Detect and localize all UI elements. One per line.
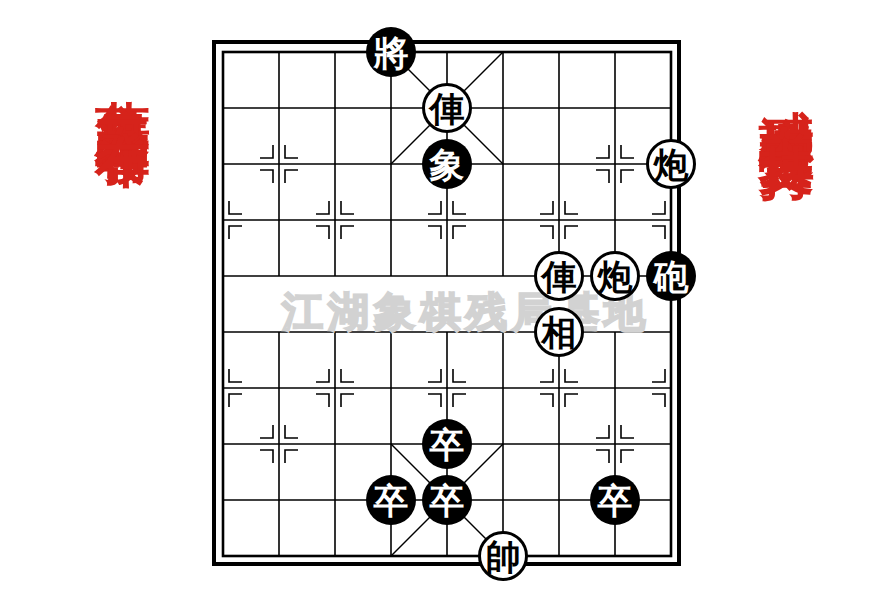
- red-chariot-2-piece[interactable]: 俥: [534, 251, 584, 301]
- left-banner-text: 萬集精品正在發布: [89, 56, 155, 96]
- piece-glyph: 砲: [654, 259, 689, 294]
- piece-glyph: 象: [430, 147, 465, 182]
- black-pawn-3-piece[interactable]: 卒: [422, 475, 472, 525]
- piece-glyph: 卒: [598, 483, 633, 518]
- piece-layer[interactable]: 將俥象炮俥炮砲相卒卒卒卒帥: [195, 24, 699, 584]
- piece-glyph: 卒: [430, 483, 465, 518]
- black-general-piece[interactable]: 將: [366, 27, 416, 77]
- piece-glyph: 卒: [430, 427, 465, 462]
- piece-glyph: 俥: [430, 91, 465, 126]
- red-chariot-1-piece[interactable]: 俥: [422, 83, 472, 133]
- piece-glyph: 卒: [374, 483, 409, 518]
- black-pawn-4-piece[interactable]: 卒: [590, 475, 640, 525]
- red-cannon-1-piece[interactable]: 炮: [646, 139, 696, 189]
- piece-glyph: 俥: [542, 259, 577, 294]
- red-general-piece[interactable]: 帥: [478, 531, 528, 581]
- piece-glyph: 帥: [486, 539, 521, 574]
- right-banner-text: 感謝棋友賞金支持: [753, 66, 819, 106]
- piece-glyph: 炮: [654, 147, 689, 182]
- black-pawn-2-piece[interactable]: 卒: [366, 475, 416, 525]
- piece-glyph: 將: [374, 35, 409, 70]
- black-cannon-piece[interactable]: 砲: [646, 251, 696, 301]
- red-elephant-piece[interactable]: 相: [534, 307, 584, 357]
- black-elephant-piece[interactable]: 象: [422, 139, 472, 189]
- xiangqi-board[interactable]: 江湖象棋残局基地 將俥象炮俥炮砲相卒卒卒卒帥: [212, 40, 681, 566]
- black-pawn-1-piece[interactable]: 卒: [422, 419, 472, 469]
- red-cannon-2-piece[interactable]: 炮: [590, 251, 640, 301]
- piece-glyph: 相: [542, 315, 577, 350]
- piece-glyph: 炮: [598, 259, 633, 294]
